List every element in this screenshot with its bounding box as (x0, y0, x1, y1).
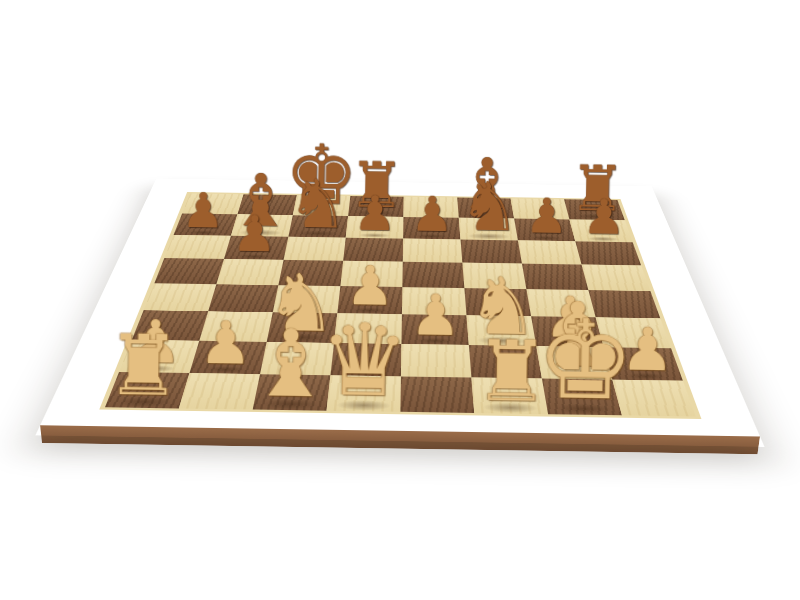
square-g1[interactable]: ♚ (542, 379, 622, 416)
piece-white-rook-f1[interactable]: ♜ (474, 332, 550, 412)
piece-black-pawn-e7[interactable]: ♟ (410, 192, 454, 238)
chess-scene: ♚♜♝♜♟♝♞♟♟♞♟♟♟♟♞♟♞♟♟♟♝♟♜♝♛♜♚ (0, 0, 800, 600)
square-e3[interactable]: ♟ (401, 314, 468, 345)
piece-black-pawn-g7[interactable]: ♟ (525, 193, 569, 239)
camera-tilt: ♚♜♝♜♟♝♞♟♟♞♟♟♟♟♞♟♞♟♟♟♝♟♜♝♛♜♚ (0, 0, 800, 600)
piece-black-knight-c7[interactable]: ♞ (287, 171, 348, 236)
square-e2[interactable] (401, 344, 471, 377)
piece-black-pawn-a7[interactable]: ♟ (181, 188, 225, 234)
square-d1[interactable]: ♛ (327, 375, 401, 412)
piece-black-pawn-h7[interactable]: ♟ (582, 194, 626, 240)
square-e7[interactable]: ♟ (403, 217, 460, 240)
photo-stage: ♚♜♝♜♟♝♞♟♟♞♟♟♟♟♞♟♞♟♟♟♝♟♜♝♛♜♚ (0, 0, 800, 600)
square-a5[interactable] (154, 258, 224, 284)
piece-white-pawn-e3[interactable]: ♟ (410, 289, 461, 343)
square-g7[interactable]: ♟ (514, 219, 575, 242)
square-h6[interactable] (575, 241, 641, 265)
board-border-line: ♚♜♝♜♟♝♞♟♟♞♟♟♟♟♞♟♞♟♟♟♝♟♜♝♛♜♚ (99, 192, 701, 419)
square-d7[interactable]: ♟ (346, 216, 404, 239)
square-c7[interactable]: ♞ (288, 215, 348, 237)
square-c1[interactable]: ♝ (253, 374, 331, 411)
board-front-edge (40, 425, 760, 454)
square-a1[interactable]: ♜ (105, 372, 190, 408)
chess-board: ♚♜♝♜♟♝♞♟♟♞♟♟♟♟♞♟♞♟♟♟♝♟♜♝♛♜♚ (35, 178, 764, 446)
piece-white-king-g1[interactable]: ♚ (536, 308, 636, 413)
square-e6[interactable] (403, 239, 463, 263)
piece-black-pawn-d7[interactable]: ♟ (353, 191, 397, 237)
piece-black-pawn-b6[interactable]: ♟ (232, 210, 277, 258)
square-a6[interactable] (164, 235, 231, 259)
square-e1[interactable] (400, 376, 474, 413)
piece-white-rook-a1[interactable]: ♜ (105, 326, 181, 406)
piece-black-knight-f7[interactable]: ♞ (459, 174, 520, 239)
piece-white-bishop-c1[interactable]: ♝ (248, 319, 332, 408)
square-f7[interactable]: ♞ (459, 218, 518, 241)
piece-white-pawn-b2[interactable]: ♟ (199, 315, 253, 372)
board-grid: ♚♜♝♜♟♝♞♟♟♞♟♟♟♟♞♟♞♟♟♟♝♟♜♝♛♜♚ (105, 193, 696, 416)
square-h7[interactable]: ♟ (569, 219, 632, 242)
square-f1[interactable]: ♜ (471, 377, 548, 414)
